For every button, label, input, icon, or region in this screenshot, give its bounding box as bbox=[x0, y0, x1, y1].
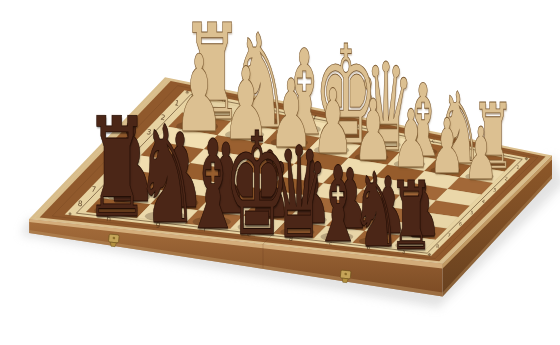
chess-set-photo: hhggffeeddccbbaa1122334455667788 ♜♞♝♛♚♝♞… bbox=[0, 0, 560, 345]
piece-black-rook-h8[interactable]: ♜ bbox=[85, 100, 149, 238]
piece-white-pawn-a2[interactable]: ♟ bbox=[464, 118, 498, 191]
